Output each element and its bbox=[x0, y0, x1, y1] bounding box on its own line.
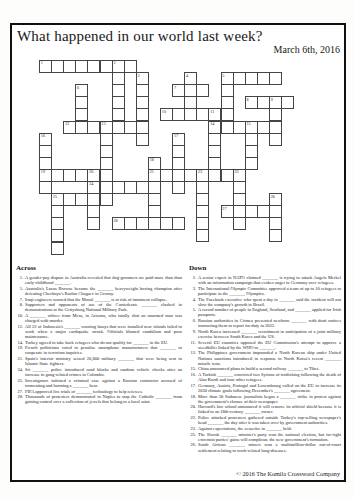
clue-text: FIFA approved live trials of _______ tec… bbox=[25, 389, 182, 394]
clue-number: 9. bbox=[189, 329, 198, 334]
clue-item: 16.A Turkish _______ convicted two Syria… bbox=[189, 372, 341, 382]
clue-item: 14.Turkey agreed to take back refugees w… bbox=[16, 340, 182, 345]
cell-number: 4 bbox=[186, 73, 188, 78]
clue-text: More than 30 Sudanese journalists began … bbox=[198, 394, 341, 404]
grid-cell-r2-c13[interactable] bbox=[196, 84, 209, 97]
clue-number: 8. bbox=[16, 302, 25, 307]
clue-text: Iraqi engineers warned that the Mosul __… bbox=[25, 297, 182, 302]
cell-number: 11 bbox=[210, 109, 214, 114]
clue-item: 7.Iraqi engineers warned that the Mosul … bbox=[16, 297, 182, 302]
cell-number: 1 bbox=[41, 60, 43, 65]
clue-item: 5.A record number of people in England, … bbox=[189, 307, 341, 317]
clue-item: 25.Investigators initiated a criminal ca… bbox=[16, 378, 182, 388]
cell-number: 14 bbox=[210, 121, 214, 126]
clue-item: 5.Australia's Lucas Browne became the __… bbox=[16, 286, 182, 296]
clue-text: A Turkish _______ convicted two Syrians … bbox=[198, 372, 341, 382]
clue-number: 1. bbox=[16, 275, 25, 280]
clue-text: The International Olympic Committee appr… bbox=[198, 286, 341, 296]
clue-number: 13. bbox=[189, 350, 198, 355]
cell-number: 20 bbox=[89, 169, 93, 174]
clue-number: 16. bbox=[189, 372, 198, 377]
cell-number: 7 bbox=[174, 85, 176, 90]
cell-number: 17 bbox=[174, 133, 178, 138]
cell-number: 3 bbox=[138, 73, 140, 78]
clue-text: Several EU countries opposed the EU Comm… bbox=[198, 340, 341, 350]
clue-item: 17.Germany, Austria, Portugal and Luxemb… bbox=[189, 383, 341, 393]
cell-number: 6 bbox=[77, 85, 79, 90]
clue-item: 12.All 22 of Indonesia's _______ warning… bbox=[16, 324, 182, 339]
cell-number: 2 bbox=[113, 60, 115, 65]
clue-text: The Philippines government impounded a N… bbox=[198, 350, 341, 365]
clue-item: 25.The Slovak _______ minister's party w… bbox=[189, 432, 341, 442]
page-frame: What happened in our world last week? Ma… bbox=[10, 23, 346, 482]
grid-cell-r13-c4[interactable] bbox=[87, 217, 100, 230]
clue-text: A record number of people in England, Sc… bbox=[198, 307, 341, 317]
cell-number: 13 bbox=[101, 121, 105, 126]
cell-number: 26 bbox=[271, 194, 275, 199]
clue-text: A gender-pay dispute in Australia reveal… bbox=[25, 275, 182, 285]
clue-number: 5. bbox=[189, 307, 198, 312]
grid-cell-r6-c19[interactable] bbox=[269, 133, 282, 146]
clue-number: 5. bbox=[16, 286, 25, 291]
clue-number: 26. bbox=[189, 442, 198, 447]
clue-item: 23.Against expectations, the ceasefire i… bbox=[189, 426, 341, 431]
clue-text: A _______ officer from Mesa, in Arizona,… bbox=[25, 313, 182, 323]
cell-number: 10 bbox=[162, 109, 166, 114]
clue-text: Russian authorities in Crimea presented … bbox=[198, 318, 341, 328]
clue-item: 10.A _______ officer from Mesa, in Arizo… bbox=[16, 313, 182, 323]
clue-item: 27.FIFA approved live trials of _______ … bbox=[16, 389, 182, 394]
clue-number: 19. bbox=[16, 345, 25, 350]
cell-number: 24 bbox=[89, 181, 93, 186]
cell-number: 27 bbox=[222, 206, 226, 211]
clue-item: 1.A gender-pay dispute in Australia reve… bbox=[16, 275, 182, 285]
grid-cell-r14-c19[interactable] bbox=[269, 229, 282, 242]
cell-number: 28 bbox=[113, 218, 117, 223]
cell-number: 5 bbox=[222, 73, 224, 78]
cell-number: 15 bbox=[246, 121, 250, 126]
cell-number: 19 bbox=[41, 169, 45, 174]
clue-text: Investigators initiated a criminal case … bbox=[25, 378, 182, 388]
clue-number: 11. bbox=[189, 340, 198, 345]
clue-number: 15. bbox=[189, 366, 198, 371]
cell-number: 21 bbox=[150, 169, 154, 174]
clue-item: 2.A senior expert in NATO claimed ______… bbox=[189, 275, 341, 285]
grid-cell-r11-c5[interactable] bbox=[100, 193, 113, 206]
clue-text: South African _______ miners won a multi… bbox=[198, 442, 341, 452]
clue-number: 4. bbox=[189, 297, 198, 302]
down-clues: 2.A senior expert in NATO claimed ______… bbox=[189, 275, 341, 453]
cell-number: 12 bbox=[65, 121, 69, 126]
clues-section: Across 1.A gender-pay dispute in Austral… bbox=[12, 264, 344, 464]
grid-cell-r10-c11[interactable] bbox=[172, 181, 185, 194]
cell-number: 9 bbox=[271, 97, 273, 102]
clue-text: A senior expert in NATO claimed _______ … bbox=[198, 275, 341, 285]
cell-number: 8 bbox=[246, 97, 248, 102]
clue-text: North Korea increased _______ recruitmen… bbox=[198, 329, 341, 339]
clue-text: Thousands of protesters demonstrated in … bbox=[25, 394, 182, 404]
down-section: Down 2.A senior expert in NATO claimed _… bbox=[189, 264, 341, 453]
grid-cell-r8-c17[interactable] bbox=[245, 157, 258, 170]
clue-item: 18.More than 30 Sudanese journalists beg… bbox=[189, 394, 341, 404]
clue-text: Against expectations, the ceasefire in _… bbox=[198, 426, 341, 431]
clue-text: All 22 of Indonesia's _______ warning bu… bbox=[25, 324, 182, 339]
clue-item: 3.The International Olympic Committee ap… bbox=[189, 286, 341, 296]
clue-number: 14. bbox=[16, 340, 25, 345]
cell-number: 16 bbox=[41, 133, 45, 138]
across-section: Across 1.A gender-pay dispute in Austral… bbox=[16, 264, 182, 405]
cell-number: 22 bbox=[198, 169, 202, 174]
clue-number: 18. bbox=[189, 394, 198, 399]
clue-number: 25. bbox=[189, 432, 198, 437]
crossword-grid: 1234567891011121314151617181920212223242… bbox=[39, 60, 295, 255]
clue-item: 11.Several EU countries opposed the EU C… bbox=[189, 340, 341, 350]
clue-text: Police attacked protesters gathered outs… bbox=[198, 415, 341, 425]
page-date: March 6th, 2016 bbox=[274, 44, 340, 55]
clue-number: 28. bbox=[16, 394, 25, 399]
clue-number: 10. bbox=[16, 313, 25, 318]
clue-text: Turkey agreed to take back refugees who … bbox=[25, 340, 182, 345]
clue-item: 28.Thousands of protesters demonstrated … bbox=[16, 394, 182, 404]
clue-number: 25. bbox=[16, 378, 25, 383]
clue-number: 7. bbox=[16, 297, 25, 302]
grid-cell-r14-c13[interactable] bbox=[196, 229, 209, 242]
clue-number: 24. bbox=[16, 367, 25, 372]
clue-text: The Slovak _______ minister's party won … bbox=[198, 432, 341, 442]
clue-item: 8.Supporters and opponents of use of the… bbox=[16, 302, 182, 312]
clue-text: Sri _______ police introduced road block… bbox=[25, 367, 182, 377]
clue-item: 24.Sri _______ police introduced road bl… bbox=[16, 367, 182, 377]
clue-item: 4.The Facebook executive who spent a day… bbox=[189, 297, 341, 307]
cell-number: 18 bbox=[150, 157, 154, 162]
clue-text: Germany, Austria, Portugal and Luxembour… bbox=[198, 383, 341, 393]
clue-number: 3. bbox=[189, 286, 198, 291]
clue-number: 17. bbox=[189, 383, 198, 388]
clue-text: Spain's interior ministry seized 20,000 … bbox=[25, 356, 182, 366]
clue-number: 27. bbox=[16, 389, 25, 394]
clue-text: Supporters and opponents of use of the C… bbox=[25, 302, 182, 312]
clue-item: 26.South African _______ miners won a mu… bbox=[189, 442, 341, 452]
clue-item: 6.Russian authorities in Crimea presente… bbox=[189, 318, 341, 328]
grid-cell-r13-c11[interactable] bbox=[172, 217, 185, 230]
clue-item: 15.China announced plans to build a seco… bbox=[189, 366, 341, 371]
clue-text: French politicians voted to penalise sma… bbox=[25, 345, 182, 355]
clue-number: 22. bbox=[189, 415, 198, 420]
clue-number: 12. bbox=[16, 324, 25, 329]
clue-item: 9.North Korea increased _______ recruitm… bbox=[189, 329, 341, 339]
clue-text: Australia's Lucas Browne became the ____… bbox=[25, 286, 182, 296]
cell-number: 23 bbox=[234, 169, 238, 174]
grid-cell-r1-c19[interactable] bbox=[269, 72, 282, 85]
clue-item: 13.The Philippines government impounded … bbox=[189, 350, 341, 365]
grid-cell-r3-c20[interactable] bbox=[281, 96, 294, 109]
clue-number: 23. bbox=[189, 426, 198, 431]
clue-item: 20.Harvard's law school announced it wil… bbox=[189, 404, 341, 414]
across-heading: Across bbox=[16, 264, 182, 272]
grid-cell-r15-c1[interactable] bbox=[51, 242, 64, 255]
page-title: What happened in our world last week? bbox=[17, 28, 263, 45]
clue-text: Harvard's law school announced it will r… bbox=[198, 404, 341, 414]
clue-item: 19.French politicians voted to penalise … bbox=[16, 345, 182, 355]
clue-number: 21. bbox=[16, 356, 25, 361]
clue-number: 20. bbox=[189, 404, 198, 409]
down-heading: Down bbox=[189, 264, 341, 272]
clue-number: 6. bbox=[189, 318, 198, 323]
clue-item: 22.Police attacked protesters gathered o… bbox=[189, 415, 341, 425]
copyright-footer: © 2016 The Komila Crossword Company bbox=[236, 470, 340, 477]
grid-cell-r6-c8[interactable] bbox=[136, 133, 149, 146]
clue-number: 2. bbox=[189, 275, 198, 280]
grid-cell-r13-c16[interactable] bbox=[233, 217, 246, 230]
clue-item: 21.Spain's interior ministry seized 20,0… bbox=[16, 356, 182, 366]
across-clues: 1.A gender-pay dispute in Australia reve… bbox=[16, 275, 182, 404]
clue-text: The Facebook executive who spent a day i… bbox=[198, 297, 341, 307]
cell-number: 25 bbox=[53, 194, 57, 199]
clue-text: China announced plans to build a second … bbox=[198, 366, 341, 371]
